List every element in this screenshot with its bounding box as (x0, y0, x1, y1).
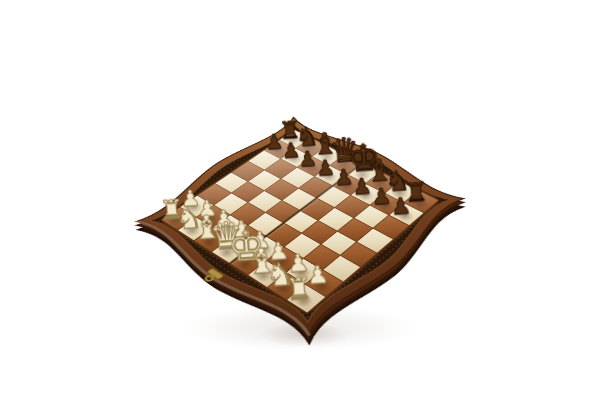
piece-white-rook: ♜ (285, 273, 314, 304)
product-photo-scene: ♜♞♝♛♚♝♞♜♟♟♟♟♟♟♟♟♟♟♟♟♟♟♟♟♜♞♝♛♚♝♞♜ (0, 0, 600, 400)
piece-black-pawn: ♟ (388, 195, 414, 219)
